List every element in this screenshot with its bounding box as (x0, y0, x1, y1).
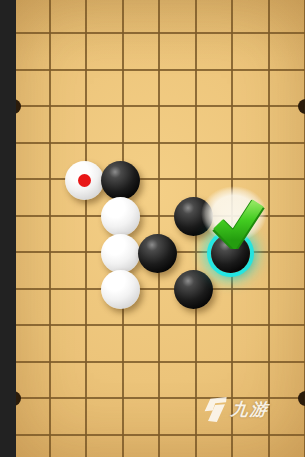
star-point (298, 99, 305, 114)
black-stone[interactable] (138, 234, 177, 273)
grid-line-horizontal (16, 361, 305, 363)
gomoku-app-screen: 九游 (16, 0, 305, 457)
star-point (16, 99, 21, 114)
black-stone[interactable] (174, 270, 213, 309)
checkmark-icon (207, 191, 265, 249)
black-stone[interactable] (101, 161, 140, 200)
jiuyou-watermark: 九游 (201, 395, 270, 424)
grid-line-horizontal (16, 105, 305, 107)
grid-line-horizontal (16, 142, 305, 144)
white-stone[interactable] (101, 234, 140, 273)
grid-line-horizontal (16, 434, 305, 436)
grid-line-horizontal (16, 324, 305, 326)
jiuyou-logo-icon (201, 395, 229, 424)
grid-line-horizontal (16, 69, 305, 71)
grid-line-horizontal (16, 288, 305, 290)
white-stone[interactable] (65, 161, 104, 200)
last-move-red-dot (78, 174, 91, 187)
grid-line-horizontal (16, 32, 305, 34)
star-point (298, 391, 305, 406)
jiuyou-watermark-text: 九游 (229, 398, 269, 421)
star-point (16, 391, 21, 406)
grid-line-horizontal (16, 178, 305, 180)
white-stone[interactable] (101, 270, 140, 309)
white-stone[interactable] (101, 197, 140, 236)
